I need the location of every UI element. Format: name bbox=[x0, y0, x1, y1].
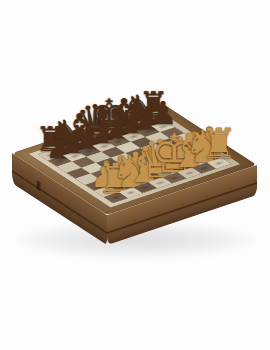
product-photo: ♜♞♝♛♚♝♞♜♟♟♟♟♟♟♟♟♟♟♟♟♟♟♟♟♜♞♝♛♚♝♞♜ bbox=[0, 0, 270, 350]
white-rook-glyph: ♜ bbox=[200, 124, 237, 166]
hinge-clasp bbox=[37, 181, 41, 192]
square-h1: ♜ bbox=[207, 158, 231, 169]
